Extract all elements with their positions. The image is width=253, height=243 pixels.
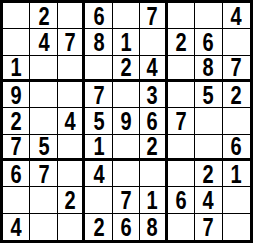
cell-digit: 2 (231, 82, 242, 108)
sudoku-cell-r5c5: 9 (113, 108, 140, 134)
cell-digit: 3 (147, 82, 158, 108)
sudoku-cell-r3c2[interactable] (30, 56, 57, 82)
sudoku-cell-r5c9[interactable] (223, 108, 250, 134)
cell-digit: 7 (11, 135, 22, 160)
cell-digit: 4 (203, 187, 214, 213)
sudoku-cell-r5c4: 5 (85, 108, 112, 134)
sudoku-cell-r4c7[interactable] (168, 82, 195, 108)
sudoku-cell-r4c9: 2 (223, 82, 250, 108)
sudoku-cell-r4c2[interactable] (30, 82, 57, 108)
sudoku-cell-r1c9: 4 (223, 3, 250, 29)
sudoku-cell-r3c4[interactable] (85, 56, 112, 82)
cell-digit: 1 (120, 29, 131, 55)
cell-digit: 2 (203, 161, 214, 187)
sudoku-cell-r1c5[interactable] (113, 3, 140, 29)
sudoku-cell-r8c9[interactable] (223, 187, 250, 213)
sudoku-cell-r2c4: 8 (85, 29, 112, 55)
sudoku-cell-r2c3: 7 (58, 29, 85, 55)
sudoku-board: 2674478126124879735224596775126674212716… (0, 0, 253, 243)
cell-digit: 4 (147, 56, 158, 81)
cell-digit: 2 (120, 56, 131, 81)
sudoku-cell-r5c1: 2 (3, 108, 30, 134)
sudoku-cell-r4c3[interactable] (58, 82, 85, 108)
cell-digit: 4 (93, 161, 104, 187)
sudoku-cell-r6c9: 6 (223, 135, 250, 161)
cell-digit: 7 (203, 214, 214, 240)
cell-digit: 7 (147, 3, 158, 29)
cell-digit: 8 (203, 56, 214, 81)
sudoku-cell-r9c3[interactable] (58, 214, 85, 240)
sudoku-cell-r7c9: 1 (223, 161, 250, 187)
cell-digit: 9 (120, 108, 131, 134)
sudoku-cell-r1c3[interactable] (58, 3, 85, 29)
cell-digit: 2 (11, 108, 22, 134)
sudoku-cell-r7c6[interactable] (140, 161, 167, 187)
cell-digit: 5 (38, 135, 49, 160)
cell-digit: 4 (38, 29, 49, 55)
sudoku-cell-r6c6: 2 (140, 135, 167, 161)
cell-digit: 6 (147, 108, 158, 134)
sudoku-cell-r3c8: 8 (195, 56, 222, 82)
cell-digit: 2 (38, 3, 49, 29)
sudoku-cell-r1c8[interactable] (195, 3, 222, 29)
cell-digit: 6 (231, 135, 242, 160)
cell-digit: 5 (203, 82, 214, 108)
cell-digit: 1 (93, 135, 104, 160)
sudoku-cell-r1c6: 7 (140, 3, 167, 29)
sudoku-cell-r2c9[interactable] (223, 29, 250, 55)
sudoku-cell-r1c2: 2 (30, 3, 57, 29)
sudoku-cell-r6c2: 5 (30, 135, 57, 161)
sudoku-cell-r6c8[interactable] (195, 135, 222, 161)
cell-digit: 6 (11, 161, 22, 187)
sudoku-cell-r3c6: 4 (140, 56, 167, 82)
sudoku-cell-r2c5: 1 (113, 29, 140, 55)
cell-digit: 1 (147, 187, 158, 213)
sudoku-cell-r5c8[interactable] (195, 108, 222, 134)
sudoku-cell-r7c5[interactable] (113, 161, 140, 187)
sudoku-cell-r8c6: 1 (140, 187, 167, 213)
sudoku-cell-r7c8: 2 (195, 161, 222, 187)
cell-digit: 2 (93, 214, 104, 240)
cell-digit: 6 (93, 3, 104, 29)
sudoku-cell-r9c7[interactable] (168, 214, 195, 240)
sudoku-cell-r5c6: 6 (140, 108, 167, 134)
cell-digit: 4 (11, 214, 22, 240)
cell-digit: 1 (11, 56, 22, 81)
sudoku-cell-r8c2[interactable] (30, 187, 57, 213)
sudoku-cell-r8c5: 7 (113, 187, 140, 213)
cell-digit: 2 (147, 135, 158, 160)
sudoku-cell-r3c7[interactable] (168, 56, 195, 82)
sudoku-cell-r3c3[interactable] (58, 56, 85, 82)
sudoku-cell-r6c7[interactable] (168, 135, 195, 161)
sudoku-cell-r1c4: 6 (85, 3, 112, 29)
sudoku-cell-r7c1: 6 (3, 161, 30, 187)
sudoku-cell-r2c6[interactable] (140, 29, 167, 55)
cell-digit: 7 (175, 108, 186, 134)
sudoku-cell-r6c5[interactable] (113, 135, 140, 161)
sudoku-cell-r6c3[interactable] (58, 135, 85, 161)
cell-digit: 4 (65, 108, 76, 134)
sudoku-cell-r9c1: 4 (3, 214, 30, 240)
cell-digit: 1 (231, 161, 242, 187)
cell-digit: 7 (120, 187, 131, 213)
sudoku-cell-r9c2[interactable] (30, 214, 57, 240)
cell-digit: 7 (65, 29, 76, 55)
sudoku-cell-r6c1: 7 (3, 135, 30, 161)
sudoku-cell-r8c4[interactable] (85, 187, 112, 213)
sudoku-cell-r8c3: 2 (58, 187, 85, 213)
sudoku-cell-r4c1: 9 (3, 82, 30, 108)
sudoku-cell-r2c1[interactable] (3, 29, 30, 55)
sudoku-cell-r7c4: 4 (85, 161, 112, 187)
sudoku-cell-r5c3: 4 (58, 108, 85, 134)
cell-digit: 6 (203, 29, 214, 55)
cell-digit: 7 (93, 82, 104, 108)
sudoku-cell-r7c3[interactable] (58, 161, 85, 187)
sudoku-cell-r6c4: 1 (85, 135, 112, 161)
sudoku-cell-r5c2[interactable] (30, 108, 57, 134)
sudoku-cell-r8c7: 6 (168, 187, 195, 213)
cell-digit: 2 (65, 187, 76, 213)
sudoku-cell-r2c7: 2 (168, 29, 195, 55)
sudoku-cell-r9c9[interactable] (223, 214, 250, 240)
cell-digit: 8 (147, 214, 158, 240)
cell-digit: 6 (120, 214, 131, 240)
sudoku-cell-r4c4: 7 (85, 82, 112, 108)
sudoku-cell-r5c7: 7 (168, 108, 195, 134)
sudoku-cell-r1c7[interactable] (168, 3, 195, 29)
cell-digit: 5 (93, 108, 104, 134)
sudoku-cell-r9c4: 2 (85, 214, 112, 240)
sudoku-cell-r4c8: 5 (195, 82, 222, 108)
cell-digit: 9 (11, 82, 22, 108)
sudoku-cell-r3c9: 7 (223, 56, 250, 82)
sudoku-cell-r3c5: 2 (113, 56, 140, 82)
sudoku-cell-r9c5: 6 (113, 214, 140, 240)
cell-digit: 4 (231, 3, 242, 29)
cell-digit: 6 (175, 187, 186, 213)
cell-digit: 2 (175, 29, 186, 55)
sudoku-cell-r1c1[interactable] (3, 3, 30, 29)
sudoku-cell-r7c7[interactable] (168, 161, 195, 187)
sudoku-cell-r2c2: 4 (30, 29, 57, 55)
sudoku-cell-r2c8: 6 (195, 29, 222, 55)
sudoku-cell-r9c8: 7 (195, 214, 222, 240)
sudoku-cell-r4c6: 3 (140, 82, 167, 108)
sudoku-cell-r8c8: 4 (195, 187, 222, 213)
cell-digit: 7 (231, 56, 242, 81)
cell-digit: 8 (93, 29, 104, 55)
cell-digit: 7 (38, 161, 49, 187)
sudoku-cell-r8c1[interactable] (3, 187, 30, 213)
sudoku-cell-r7c2: 7 (30, 161, 57, 187)
sudoku-cell-r3c1: 1 (3, 56, 30, 82)
sudoku-cell-r4c5[interactable] (113, 82, 140, 108)
sudoku-cell-r9c6: 8 (140, 214, 167, 240)
